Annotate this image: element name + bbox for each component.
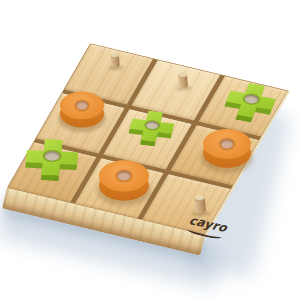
o-piece xyxy=(60,92,104,129)
o-piece xyxy=(99,160,149,202)
peg-hole xyxy=(76,101,88,109)
empty-peg xyxy=(109,53,120,69)
product-photo: cayro xyxy=(0,0,300,300)
x-piece xyxy=(24,138,79,177)
o-piece xyxy=(203,129,251,169)
peg-hole xyxy=(221,140,234,149)
peg-hole xyxy=(117,171,131,180)
empty-peg xyxy=(177,72,189,89)
x-piece xyxy=(127,109,177,144)
empty-peg xyxy=(193,194,207,214)
